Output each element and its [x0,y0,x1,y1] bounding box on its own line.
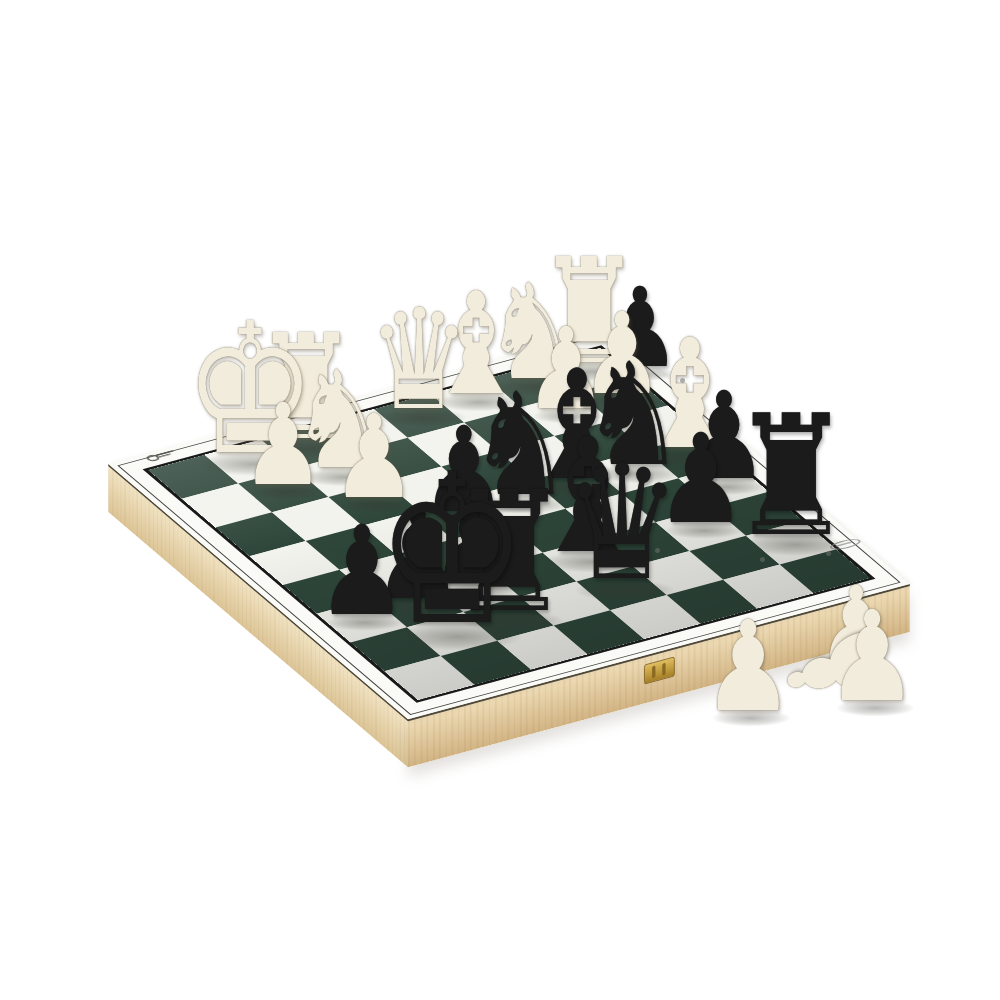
white-p-glyph: ♟ [826,594,918,719]
white-pawn-standing-group[interactable]: ♟ [816,594,928,719]
piece-black-king-b2[interactable]: ♚ [359,447,545,654]
black-k-glyph: ♚ [376,447,529,654]
latch-pin [662,663,665,676]
white-p-glyph: ♟ [242,389,325,502]
latch-plate [644,656,675,684]
product-photo-stage: ♚♜♛♝♞♜♟♞♟♟♟♟♞♝♞♝♟♟♟♟♝♟♚♜♛♜♟♟♟♟♟ [0,0,1000,1000]
latch-pin [652,666,655,679]
brass-latch [644,656,675,684]
white-p-glyph: ♟ [702,604,794,729]
black-r-glyph: ♜ [730,392,853,559]
piece-black-rook-h2[interactable]: ♜ [716,392,866,559]
white-pawn-on-table[interactable]: ♟ [692,604,804,729]
piece-white-pawn-b7[interactable]: ♟ [233,389,334,502]
